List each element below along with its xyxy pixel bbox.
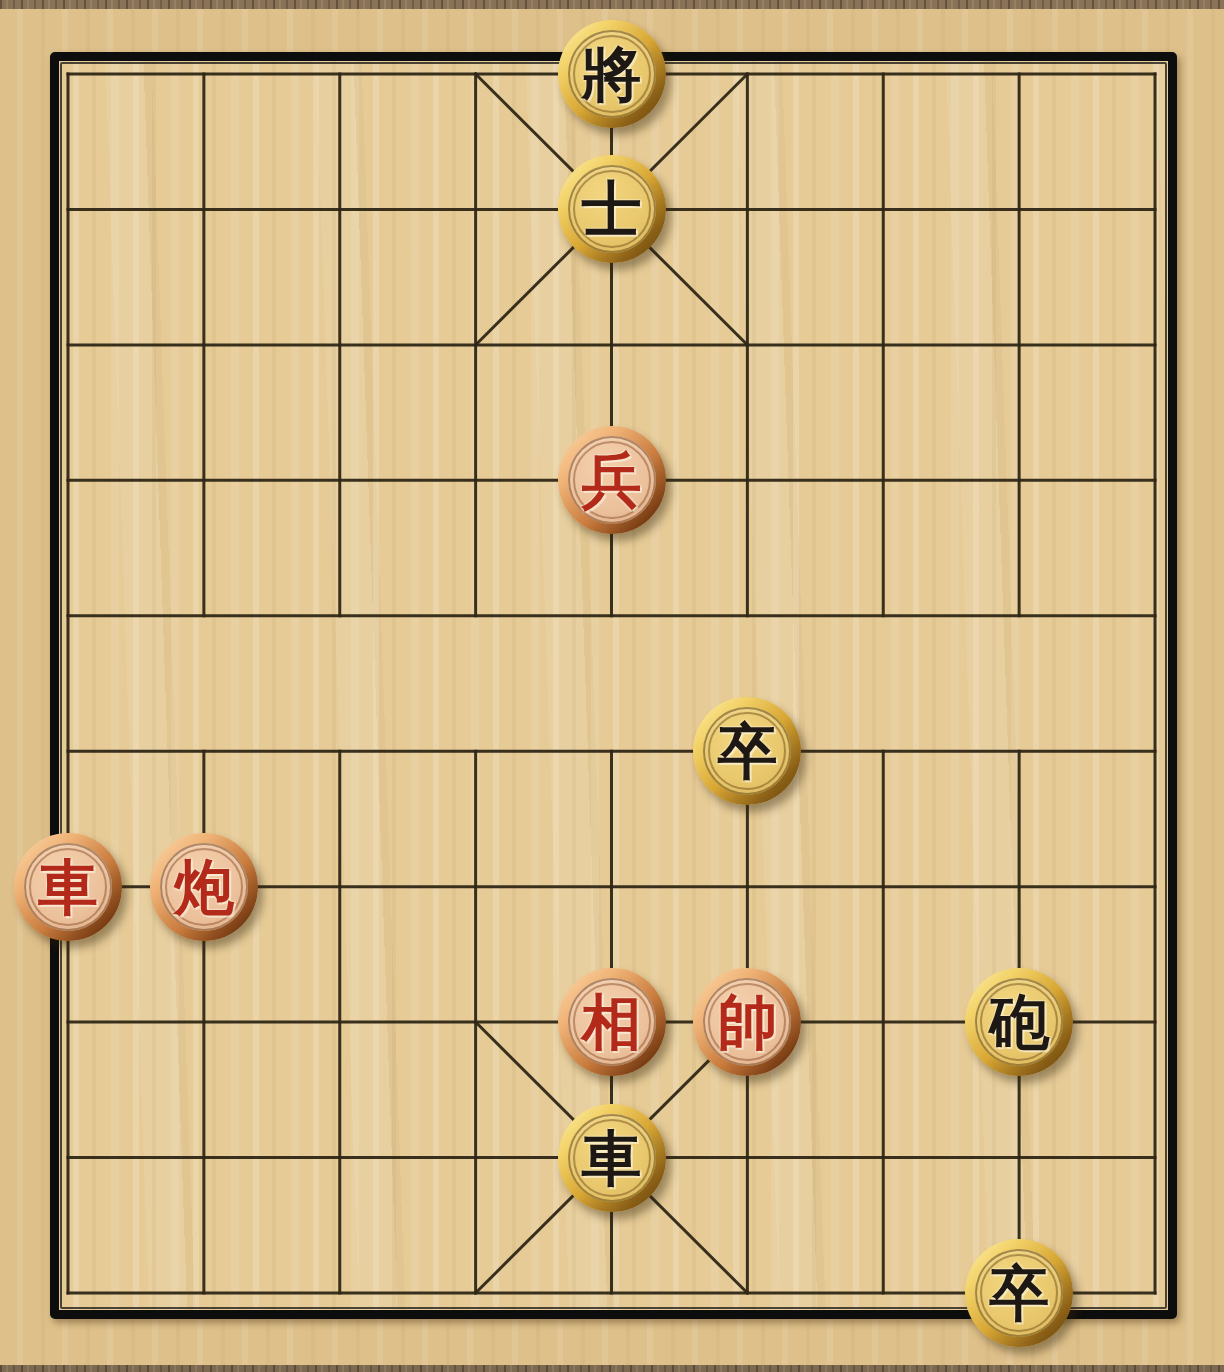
piece-face: 兵 [568, 436, 656, 524]
red-chariot-glyph: 車 [38, 857, 98, 917]
red-soldier-glyph: 兵 [582, 450, 642, 510]
red-elephant-glyph: 相 [582, 992, 642, 1052]
piece-black-chariot[interactable]: 車 [558, 1104, 666, 1212]
piece-red-cannon[interactable]: 炮 [150, 833, 258, 941]
black-advisor-glyph: 士 [582, 179, 642, 239]
piece-face: 車 [568, 1114, 656, 1202]
piece-face: 士 [568, 165, 656, 253]
black-soldier-glyph: 卒 [717, 721, 777, 781]
piece-red-soldier[interactable]: 兵 [558, 426, 666, 534]
piece-black-advisor[interactable]: 士 [558, 155, 666, 263]
black-soldier-glyph: 卒 [989, 1263, 1049, 1323]
piece-red-elephant[interactable]: 相 [558, 968, 666, 1076]
piece-face: 炮 [160, 843, 248, 931]
piece-black-soldier-1[interactable]: 卒 [693, 697, 801, 805]
piece-black-general[interactable]: 將 [558, 20, 666, 128]
piece-face: 卒 [703, 707, 791, 795]
black-chariot-glyph: 車 [582, 1128, 642, 1188]
table-edge-top [0, 0, 1224, 9]
piece-face: 砲 [975, 978, 1063, 1066]
black-general-glyph: 將 [582, 44, 642, 104]
piece-black-soldier-2[interactable]: 卒 [965, 1239, 1073, 1347]
piece-face: 相 [568, 978, 656, 1066]
piece-black-cannon[interactable]: 砲 [965, 968, 1073, 1076]
piece-red-chariot[interactable]: 車 [14, 833, 122, 941]
red-general-glyph: 帥 [717, 992, 777, 1052]
table-edge-bottom [0, 1365, 1224, 1372]
black-cannon-glyph: 砲 [989, 992, 1049, 1052]
piece-face: 卒 [975, 1249, 1063, 1337]
piece-face: 帥 [703, 978, 791, 1066]
red-cannon-glyph: 炮 [174, 857, 234, 917]
piece-red-general[interactable]: 帥 [693, 968, 801, 1076]
piece-face: 將 [568, 30, 656, 118]
piece-face: 車 [24, 843, 112, 931]
xiangqi-screenshot: 將士兵卒車炮相帥砲車卒 [0, 0, 1224, 1372]
